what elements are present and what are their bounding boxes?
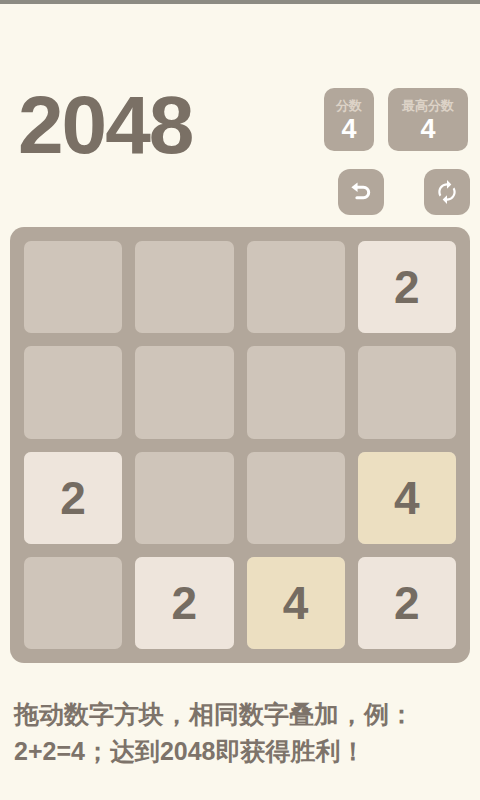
board-cell xyxy=(135,346,233,438)
instructions-line-2: 2+2=4；达到2048即获得胜利！ xyxy=(14,733,466,770)
tile-4[interactable]: 4 xyxy=(358,452,456,544)
tile-2[interactable]: 2 xyxy=(135,557,233,649)
board-cell xyxy=(247,452,345,544)
best-score-value: 4 xyxy=(420,114,435,144)
instructions-line-1: 拖动数字方块，相同数字叠加，例： xyxy=(14,696,466,733)
restart-button[interactable] xyxy=(424,169,470,215)
tile-2[interactable]: 2 xyxy=(358,557,456,649)
board-cell xyxy=(358,346,456,438)
board-cell: 4 xyxy=(358,452,456,544)
best-score-label: 最高分数 xyxy=(402,98,454,114)
score-value: 4 xyxy=(341,114,356,144)
best-score-box: 最高分数 4 xyxy=(388,88,468,151)
board[interactable]: 224242 xyxy=(10,227,470,663)
undo-arrow-icon xyxy=(348,179,374,205)
score-box: 分数 4 xyxy=(324,88,374,151)
board-cell xyxy=(135,241,233,333)
instructions: 拖动数字方块，相同数字叠加，例： 2+2=4；达到2048即获得胜利！ xyxy=(14,696,466,770)
undo-button[interactable] xyxy=(338,169,384,215)
board-cell xyxy=(24,346,122,438)
game-screen: 2048 分数 4 最高分数 4 224242 拖动数字方块，相同数字叠加，例：… xyxy=(0,0,480,800)
board-cell: 4 xyxy=(247,557,345,649)
board-cell: 2 xyxy=(24,452,122,544)
board-cell: 2 xyxy=(358,557,456,649)
board-cell xyxy=(24,557,122,649)
tile-4[interactable]: 4 xyxy=(247,557,345,649)
board-cell xyxy=(247,241,345,333)
board-cell: 2 xyxy=(358,241,456,333)
board-cell xyxy=(135,452,233,544)
tile-2[interactable]: 2 xyxy=(358,241,456,333)
page-title: 2048 xyxy=(18,84,192,166)
tile-2[interactable]: 2 xyxy=(24,452,122,544)
status-bar xyxy=(0,0,480,4)
refresh-arrows-icon xyxy=(434,179,460,205)
board-cell xyxy=(247,346,345,438)
board-cell xyxy=(24,241,122,333)
board-cell: 2 xyxy=(135,557,233,649)
score-label: 分数 xyxy=(336,98,362,114)
